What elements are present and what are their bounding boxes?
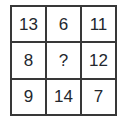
cell-r2c1: 8 [12,43,45,77]
cell-r1c2: 6 [47,7,80,41]
cell-r2c3: 12 [82,43,115,77]
cell-r3c2: 14 [47,80,80,114]
cell-r1c1: 13 [12,7,45,41]
cell-r3c3: 7 [82,80,115,114]
number-puzzle-grid: 13 6 11 8 ? 12 9 14 7 [10,5,117,116]
cell-r3c1: 9 [12,80,45,114]
cell-r2c2-unknown: ? [47,43,80,77]
cell-r1c3: 11 [82,7,115,41]
puzzle-screenshot: 13 6 11 8 ? 12 9 14 7 [0,0,131,132]
